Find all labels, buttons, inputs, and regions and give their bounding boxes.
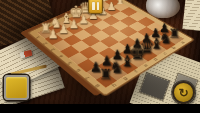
board-scene: ♜♞♝♛♚♝♞♜♟♟♟♟♟♟♟♟♟♟♟♟♟♟♟♟♜♞♝♛♚♝♞♜ 1234567… <box>0 0 200 113</box>
rank-label: 8 <box>94 84 101 89</box>
pause-icon <box>92 2 95 10</box>
piece-glyph: ♟ <box>79 14 89 26</box>
rank-label: 4 <box>58 55 64 59</box>
file-label: b <box>171 46 177 50</box>
board-squares: ♜♞♝♛♚♝♞♜♟♟♟♟♟♟♟♟♟♟♟♟♟♟♟♟♜♞♝♛♚♝♞♜ <box>37 0 184 88</box>
rotate-icon: ↻ <box>178 86 188 100</box>
file-label: g <box>122 76 129 81</box>
piece-glyph: ♟ <box>59 23 70 35</box>
rank-label: 1 <box>35 36 41 39</box>
file-label: h <box>111 83 118 88</box>
file-label: d <box>153 58 159 62</box>
letterbox-bar <box>0 104 200 113</box>
piece-glyph: ♜ <box>99 66 112 81</box>
piece-glyph: ♟ <box>115 0 125 8</box>
rank-label: 2 <box>42 42 48 46</box>
rank-label: 7 <box>85 76 92 80</box>
pause-button[interactable] <box>88 0 103 14</box>
file-label: c <box>162 52 168 56</box>
rank-label: 5 <box>67 61 73 65</box>
piece-glyph: ♟ <box>107 1 117 12</box>
piece-glyph: ♟ <box>69 18 80 30</box>
menu-button[interactable] <box>4 75 29 100</box>
game-screen: ♜♞♝♛♚♝♞♜♟♟♟♟♟♟♟♟♟♟♟♟♟♟♟♟♜♞♝♛♚♝♞♜ 1234567… <box>0 0 200 113</box>
piece-glyph: ♟ <box>48 28 59 40</box>
pause-icon <box>97 2 100 10</box>
file-label: e <box>143 64 149 68</box>
rotate-camera-button[interactable]: ↻ <box>172 81 195 104</box>
file-label: a <box>180 41 186 45</box>
chess-board[interactable]: ♜♞♝♛♚♝♞♜♟♟♟♟♟♟♟♟♟♟♟♟♟♟♟♟♜♞♝♛♚♝♞♜ 1234567… <box>29 0 193 95</box>
rank-label: 6 <box>75 69 82 73</box>
rank-label: 3 <box>50 48 56 52</box>
file-label: f <box>134 70 139 74</box>
